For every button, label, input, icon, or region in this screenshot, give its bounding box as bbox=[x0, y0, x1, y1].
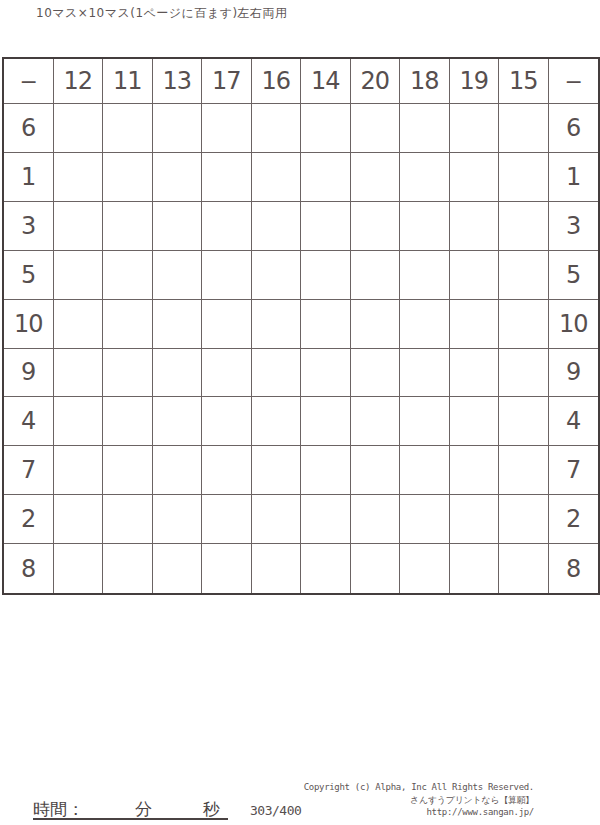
answer-cell[interactable] bbox=[54, 104, 104, 153]
answer-cell[interactable] bbox=[252, 495, 302, 544]
answer-cell[interactable] bbox=[153, 251, 203, 300]
answer-cell[interactable] bbox=[499, 495, 549, 544]
column-header-cell: 12 bbox=[54, 59, 104, 104]
answer-cell[interactable] bbox=[499, 446, 549, 495]
answer-cell[interactable] bbox=[103, 349, 153, 398]
row-label-left: 10 bbox=[4, 300, 54, 349]
answer-cell[interactable] bbox=[301, 153, 351, 202]
answer-cell[interactable] bbox=[202, 446, 252, 495]
answer-cell[interactable] bbox=[252, 104, 302, 153]
answer-cell[interactable] bbox=[103, 446, 153, 495]
column-header-cell: 17 bbox=[202, 59, 252, 104]
answer-cell[interactable] bbox=[54, 300, 104, 349]
row-label-left: 5 bbox=[4, 251, 54, 300]
answer-cell[interactable] bbox=[252, 202, 302, 251]
answer-cell[interactable] bbox=[450, 397, 500, 446]
answer-cell[interactable] bbox=[153, 349, 203, 398]
credits-block: Copyright (c) Alpha, Inc All Rights Rese… bbox=[304, 781, 534, 819]
answer-cell[interactable] bbox=[54, 251, 104, 300]
minutes-label: 分 bbox=[135, 798, 152, 821]
answer-cell[interactable] bbox=[202, 544, 252, 593]
answer-cell[interactable] bbox=[54, 495, 104, 544]
answer-cell[interactable] bbox=[103, 202, 153, 251]
answer-cell[interactable] bbox=[351, 104, 401, 153]
answer-cell[interactable] bbox=[400, 104, 450, 153]
answer-cell[interactable] bbox=[153, 153, 203, 202]
answer-cell[interactable] bbox=[351, 446, 401, 495]
row-label-left: 6 bbox=[4, 104, 54, 153]
answer-cell[interactable] bbox=[202, 495, 252, 544]
answer-cell[interactable] bbox=[252, 349, 302, 398]
answer-cell[interactable] bbox=[351, 349, 401, 398]
answer-cell[interactable] bbox=[202, 153, 252, 202]
worksheet-page: 10マス×10マス(1ページに百ます)左右両用 −121113171614201… bbox=[0, 0, 600, 825]
answer-cell[interactable] bbox=[103, 153, 153, 202]
answer-cell[interactable] bbox=[103, 104, 153, 153]
row-label-right: 9 bbox=[549, 349, 599, 398]
seconds-label: 秒 bbox=[203, 798, 220, 821]
brand-text: さんすうプリントなら【算願】 bbox=[304, 794, 534, 807]
answer-cell[interactable] bbox=[450, 153, 500, 202]
answer-cell[interactable] bbox=[400, 349, 450, 398]
answer-cell[interactable] bbox=[400, 495, 450, 544]
answer-cell[interactable] bbox=[499, 300, 549, 349]
answer-cell[interactable] bbox=[499, 251, 549, 300]
answer-cell[interactable] bbox=[202, 202, 252, 251]
answer-cell[interactable] bbox=[351, 300, 401, 349]
row-label-left: 7 bbox=[4, 446, 54, 495]
answer-cell[interactable] bbox=[450, 446, 500, 495]
answer-cell[interactable] bbox=[499, 104, 549, 153]
answer-cell[interactable] bbox=[301, 251, 351, 300]
drill-grid: −12111317161420181915−661133551010994477… bbox=[2, 57, 600, 595]
answer-cell[interactable] bbox=[450, 202, 500, 251]
answer-cell[interactable] bbox=[351, 153, 401, 202]
column-header-cell: 20 bbox=[351, 59, 401, 104]
answer-cell[interactable] bbox=[202, 397, 252, 446]
column-header-cell: 19 bbox=[450, 59, 500, 104]
answer-cell[interactable] bbox=[54, 202, 104, 251]
operator-cell-right: − bbox=[549, 59, 599, 104]
answer-cell[interactable] bbox=[450, 300, 500, 349]
answer-cell[interactable] bbox=[54, 349, 104, 398]
row-label-right: 1 bbox=[549, 153, 599, 202]
answer-cell[interactable] bbox=[301, 104, 351, 153]
answer-cell[interactable] bbox=[499, 544, 549, 593]
column-header-cell: 11 bbox=[103, 59, 153, 104]
answer-cell[interactable] bbox=[351, 397, 401, 446]
answer-cell[interactable] bbox=[450, 251, 500, 300]
answer-cell[interactable] bbox=[153, 202, 203, 251]
answer-cell[interactable] bbox=[202, 349, 252, 398]
answer-cell[interactable] bbox=[301, 495, 351, 544]
answer-cell[interactable] bbox=[351, 251, 401, 300]
answer-cell[interactable] bbox=[54, 153, 104, 202]
answer-cell[interactable] bbox=[400, 544, 450, 593]
answer-cell[interactable] bbox=[351, 544, 401, 593]
answer-cell[interactable] bbox=[301, 300, 351, 349]
answer-cell[interactable] bbox=[301, 446, 351, 495]
answer-cell[interactable] bbox=[103, 544, 153, 593]
answer-cell[interactable] bbox=[252, 153, 302, 202]
site-url: http://www.sangan.jp/ bbox=[304, 806, 534, 819]
answer-cell[interactable] bbox=[301, 349, 351, 398]
row-label-left: 8 bbox=[4, 544, 54, 593]
answer-cell[interactable] bbox=[153, 300, 203, 349]
answer-cell[interactable] bbox=[54, 397, 104, 446]
answer-cell[interactable] bbox=[202, 104, 252, 153]
copyright-text: Copyright (c) Alpha, Inc All Rights Rese… bbox=[304, 781, 534, 794]
answer-cell[interactable] bbox=[153, 446, 203, 495]
answer-cell[interactable] bbox=[450, 544, 500, 593]
answer-cell[interactable] bbox=[400, 446, 450, 495]
answer-cell[interactable] bbox=[400, 202, 450, 251]
answer-cell[interactable] bbox=[153, 495, 203, 544]
answer-cell[interactable] bbox=[103, 397, 153, 446]
answer-cell[interactable] bbox=[400, 300, 450, 349]
row-label-right: 5 bbox=[549, 251, 599, 300]
row-label-right: 2 bbox=[549, 495, 599, 544]
time-entry-line: 時間： 分 秒 bbox=[33, 798, 228, 820]
row-label-right: 7 bbox=[549, 446, 599, 495]
answer-cell[interactable] bbox=[252, 446, 302, 495]
page-number: 303/400 bbox=[250, 803, 301, 818]
answer-cell[interactable] bbox=[499, 397, 549, 446]
row-label-right: 3 bbox=[549, 202, 599, 251]
answer-cell[interactable] bbox=[54, 446, 104, 495]
answer-cell[interactable] bbox=[301, 397, 351, 446]
answer-cell[interactable] bbox=[153, 104, 203, 153]
answer-cell[interactable] bbox=[153, 544, 203, 593]
answer-cell[interactable] bbox=[400, 251, 450, 300]
row-label-right: 10 bbox=[549, 300, 599, 349]
answer-cell[interactable] bbox=[450, 495, 500, 544]
row-label-right: 8 bbox=[549, 544, 599, 593]
row-label-left: 4 bbox=[4, 397, 54, 446]
column-header-cell: 14 bbox=[301, 59, 351, 104]
answer-cell[interactable] bbox=[202, 251, 252, 300]
row-label-right: 6 bbox=[549, 104, 599, 153]
answer-cell[interactable] bbox=[499, 153, 549, 202]
answer-cell[interactable] bbox=[400, 397, 450, 446]
answer-cell[interactable] bbox=[400, 153, 450, 202]
answer-cell[interactable] bbox=[103, 300, 153, 349]
operator-cell-left: − bbox=[4, 59, 54, 104]
time-label: 時間： bbox=[33, 798, 84, 821]
answer-cell[interactable] bbox=[301, 202, 351, 251]
answer-cell[interactable] bbox=[252, 397, 302, 446]
column-header-cell: 15 bbox=[499, 59, 549, 104]
column-header-cell: 18 bbox=[400, 59, 450, 104]
answer-cell[interactable] bbox=[252, 544, 302, 593]
page-title: 10マス×10マス(1ページに百ます)左右両用 bbox=[36, 5, 288, 22]
answer-cell[interactable] bbox=[153, 397, 203, 446]
row-label-left: 1 bbox=[4, 153, 54, 202]
answer-cell[interactable] bbox=[103, 495, 153, 544]
row-label-left: 3 bbox=[4, 202, 54, 251]
answer-cell[interactable] bbox=[54, 544, 104, 593]
answer-cell[interactable] bbox=[450, 104, 500, 153]
column-header-cell: 16 bbox=[252, 59, 302, 104]
answer-cell[interactable] bbox=[252, 251, 302, 300]
row-label-left: 2 bbox=[4, 495, 54, 544]
answer-cell[interactable] bbox=[351, 202, 401, 251]
answer-cell[interactable] bbox=[450, 349, 500, 398]
row-label-right: 4 bbox=[549, 397, 599, 446]
answer-cell[interactable] bbox=[301, 544, 351, 593]
answer-cell[interactable] bbox=[202, 300, 252, 349]
answer-cell[interactable] bbox=[252, 300, 302, 349]
answer-cell[interactable] bbox=[351, 495, 401, 544]
column-header-cell: 13 bbox=[153, 59, 203, 104]
answer-cell[interactable] bbox=[499, 349, 549, 398]
row-label-left: 9 bbox=[4, 349, 54, 398]
answer-cell[interactable] bbox=[103, 251, 153, 300]
answer-cell[interactable] bbox=[499, 202, 549, 251]
